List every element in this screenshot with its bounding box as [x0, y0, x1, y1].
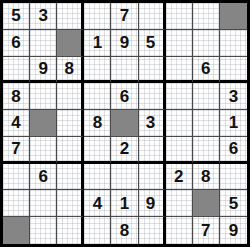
cell-r2c7[interactable] — [166, 30, 193, 57]
cell-r8c5[interactable]: 1 — [111, 190, 138, 217]
cell-r8c8[interactable] — [193, 190, 220, 217]
cell-r8c3[interactable] — [57, 190, 84, 217]
given-digit: 6 — [11, 34, 20, 51]
cell-r6c6[interactable] — [139, 137, 166, 164]
cell-r7c5[interactable] — [111, 164, 138, 191]
cell-r8c1[interactable] — [3, 190, 30, 217]
cell-r9c2[interactable] — [30, 217, 57, 244]
cell-r9c7[interactable] — [166, 217, 193, 244]
given-digit: 6 — [201, 60, 210, 77]
cell-r7c4[interactable] — [84, 164, 111, 191]
given-digit: 5 — [229, 195, 238, 212]
given-digit: 6 — [120, 88, 129, 105]
cell-r8c9[interactable]: 5 — [220, 190, 247, 217]
cell-r6c9[interactable]: 6 — [220, 137, 247, 164]
cell-r4c7[interactable] — [166, 83, 193, 110]
sudoku-board: 537619598686348317266284195879 — [0, 0, 250, 247]
cell-r4c1[interactable]: 8 — [3, 83, 30, 110]
cell-r1c3[interactable] — [57, 3, 84, 30]
cell-r6c2[interactable] — [30, 137, 57, 164]
given-digit: 8 — [11, 88, 20, 105]
cell-r5c5[interactable] — [111, 110, 138, 137]
cell-r7c3[interactable] — [57, 164, 84, 191]
given-digit: 4 — [93, 195, 102, 212]
cell-r5c4[interactable]: 8 — [84, 110, 111, 137]
cell-r3c6[interactable] — [139, 57, 166, 84]
given-digit: 1 — [120, 195, 129, 212]
cell-r4c4[interactable] — [84, 83, 111, 110]
cell-r4c3[interactable] — [57, 83, 84, 110]
cell-r1c6[interactable] — [139, 3, 166, 30]
cell-r9c6[interactable] — [139, 217, 166, 244]
given-digit: 6 — [229, 140, 238, 157]
cell-r6c7[interactable] — [166, 137, 193, 164]
cell-r6c4[interactable] — [84, 137, 111, 164]
given-digit: 2 — [174, 168, 183, 185]
cell-r2c6[interactable]: 5 — [139, 30, 166, 57]
given-digit: 3 — [229, 88, 238, 105]
cell-r2c1[interactable]: 6 — [3, 30, 30, 57]
cell-r9c9[interactable]: 9 — [220, 217, 247, 244]
cell-r4c8[interactable] — [193, 83, 220, 110]
given-digit: 8 — [93, 114, 102, 131]
cell-r5c8[interactable] — [193, 110, 220, 137]
cell-r6c5[interactable]: 2 — [111, 137, 138, 164]
cell-r5c1[interactable]: 4 — [3, 110, 30, 137]
cell-r6c8[interactable] — [193, 137, 220, 164]
given-digit: 1 — [93, 34, 102, 51]
cell-r2c3[interactable] — [57, 30, 84, 57]
cell-r4c9[interactable]: 3 — [220, 83, 247, 110]
cell-r3c4[interactable] — [84, 57, 111, 84]
given-digit: 5 — [11, 7, 20, 24]
cell-r1c9[interactable] — [220, 3, 247, 30]
cell-r3c8[interactable]: 6 — [193, 57, 220, 84]
cell-r6c1[interactable]: 7 — [3, 137, 30, 164]
cell-r3c7[interactable] — [166, 57, 193, 84]
cell-r2c9[interactable] — [220, 30, 247, 57]
cell-r8c2[interactable] — [30, 190, 57, 217]
given-digit: 8 — [65, 60, 74, 77]
cell-r7c8[interactable]: 8 — [193, 164, 220, 191]
cell-r5c9[interactable]: 1 — [220, 110, 247, 137]
cell-r1c4[interactable] — [84, 3, 111, 30]
cell-r4c6[interactable] — [139, 83, 166, 110]
given-digit: 8 — [120, 222, 129, 239]
cell-r9c3[interactable] — [57, 217, 84, 244]
cell-r3c3[interactable]: 8 — [57, 57, 84, 84]
cell-r7c6[interactable] — [139, 164, 166, 191]
cell-r2c8[interactable] — [193, 30, 220, 57]
cell-r7c9[interactable] — [220, 164, 247, 191]
cell-r4c5[interactable]: 6 — [111, 83, 138, 110]
cell-r9c4[interactable] — [84, 217, 111, 244]
cell-r6c3[interactable] — [57, 137, 84, 164]
given-digit: 3 — [146, 114, 155, 131]
cell-r3c2[interactable]: 9 — [30, 57, 57, 84]
cell-r1c8[interactable] — [193, 3, 220, 30]
given-digit: 4 — [11, 114, 20, 131]
cell-r1c2[interactable]: 3 — [30, 3, 57, 30]
given-digit: 1 — [229, 114, 238, 131]
cell-r9c5[interactable]: 8 — [111, 217, 138, 244]
given-digit: 9 — [146, 195, 155, 212]
cell-r2c4[interactable]: 1 — [84, 30, 111, 57]
given-digit: 5 — [146, 34, 155, 51]
cell-r1c1[interactable]: 5 — [3, 3, 30, 30]
given-digit: 7 — [120, 7, 129, 24]
cell-r1c7[interactable] — [166, 3, 193, 30]
given-digit: 7 — [201, 222, 210, 239]
cell-r8c4[interactable]: 4 — [84, 190, 111, 217]
cell-r2c5[interactable]: 9 — [111, 30, 138, 57]
cell-r5c6[interactable]: 3 — [139, 110, 166, 137]
cell-r5c7[interactable] — [166, 110, 193, 137]
cell-r4c2[interactable] — [30, 83, 57, 110]
cell-r9c1[interactable] — [3, 217, 30, 244]
given-digit: 9 — [120, 34, 129, 51]
given-digit: 3 — [38, 7, 47, 24]
given-digit: 2 — [120, 140, 129, 157]
cell-r3c9[interactable] — [220, 57, 247, 84]
given-digit: 9 — [38, 60, 47, 77]
cell-r7c2[interactable]: 6 — [30, 164, 57, 191]
given-digit: 7 — [11, 140, 20, 157]
cell-r1c5[interactable]: 7 — [111, 3, 138, 30]
cell-r5c2[interactable] — [30, 110, 57, 137]
given-digit: 8 — [201, 168, 210, 185]
cell-r8c6[interactable]: 9 — [139, 190, 166, 217]
cell-r3c1[interactable] — [3, 57, 30, 84]
given-digit: 6 — [38, 168, 47, 185]
cell-r2c2[interactable] — [30, 30, 57, 57]
cell-r5c3[interactable] — [57, 110, 84, 137]
cell-r3c5[interactable] — [111, 57, 138, 84]
cell-r8c7[interactable] — [166, 190, 193, 217]
cell-r7c1[interactable] — [3, 164, 30, 191]
cell-r9c8[interactable]: 7 — [193, 217, 220, 244]
given-digit: 9 — [229, 222, 238, 239]
cell-r7c7[interactable]: 2 — [166, 164, 193, 191]
